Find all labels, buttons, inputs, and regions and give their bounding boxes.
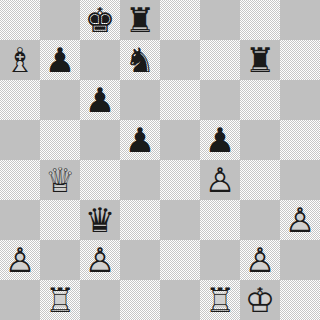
- piece-white-pawn: ♙: [80, 240, 120, 280]
- square-c4[interactable]: [80, 160, 120, 200]
- piece-white-king: ♔: [240, 280, 280, 320]
- piece-white-bishop: ♗: [0, 40, 40, 80]
- square-h7[interactable]: [280, 40, 320, 80]
- piece-black-pawn: ♟: [40, 40, 80, 80]
- piece-white-queen-body: ♛: [40, 160, 80, 200]
- square-h5[interactable]: [280, 120, 320, 160]
- piece-white-pawn-body: ♟: [280, 200, 320, 240]
- square-d3[interactable]: [120, 200, 160, 240]
- square-f8[interactable]: [200, 0, 240, 40]
- square-e7[interactable]: [160, 40, 200, 80]
- square-g8[interactable]: [240, 0, 280, 40]
- square-a6[interactable]: [0, 80, 40, 120]
- square-h8[interactable]: [280, 0, 320, 40]
- piece-black-queen: ♛: [80, 200, 120, 240]
- square-c5[interactable]: [80, 120, 120, 160]
- square-b7[interactable]: ♟: [40, 40, 80, 80]
- square-c7[interactable]: [80, 40, 120, 80]
- piece-white-rook-body: ♜: [200, 280, 240, 320]
- piece-white-pawn-body: ♟: [0, 240, 40, 280]
- square-f1[interactable]: ♜♖: [200, 280, 240, 320]
- piece-white-bishop-body: ♝: [0, 40, 40, 80]
- square-b3[interactable]: [40, 200, 80, 240]
- square-e3[interactable]: [160, 200, 200, 240]
- chess-board-wrap: ♚♜♝♗♟♞♜♟♟♟♛♕♟♙♛♟♙♟♙♟♙♟♙♜♖♜♖♚♔: [0, 0, 320, 320]
- piece-white-rook-body: ♜: [40, 280, 80, 320]
- square-g3[interactable]: [240, 200, 280, 240]
- square-f4[interactable]: ♟♙: [200, 160, 240, 200]
- square-a4[interactable]: [0, 160, 40, 200]
- piece-white-rook: ♖: [40, 280, 80, 320]
- square-b6[interactable]: [40, 80, 80, 120]
- square-e1[interactable]: [160, 280, 200, 320]
- square-d2[interactable]: [120, 240, 160, 280]
- square-h1[interactable]: [280, 280, 320, 320]
- piece-black-knight: ♞: [120, 40, 160, 80]
- piece-white-pawn-body: ♟: [200, 160, 240, 200]
- piece-white-pawn-body: ♟: [80, 240, 120, 280]
- piece-white-pawn: ♙: [240, 240, 280, 280]
- square-b2[interactable]: [40, 240, 80, 280]
- piece-black-rook: ♜: [120, 0, 160, 40]
- square-c1[interactable]: [80, 280, 120, 320]
- square-g4[interactable]: [240, 160, 280, 200]
- piece-white-pawn: ♙: [0, 240, 40, 280]
- square-f3[interactable]: [200, 200, 240, 240]
- square-e6[interactable]: [160, 80, 200, 120]
- square-d8[interactable]: ♜: [120, 0, 160, 40]
- square-e2[interactable]: [160, 240, 200, 280]
- piece-black-king: ♚: [80, 0, 120, 40]
- piece-black-pawn: ♟: [200, 120, 240, 160]
- square-d5[interactable]: ♟: [120, 120, 160, 160]
- square-f6[interactable]: [200, 80, 240, 120]
- square-b4[interactable]: ♛♕: [40, 160, 80, 200]
- chess-board: ♚♜♝♗♟♞♜♟♟♟♛♕♟♙♛♟♙♟♙♟♙♟♙♜♖♜♖♚♔: [0, 0, 320, 320]
- square-d7[interactable]: ♞: [120, 40, 160, 80]
- square-g6[interactable]: [240, 80, 280, 120]
- piece-black-pawn: ♟: [80, 80, 120, 120]
- square-c2[interactable]: ♟♙: [80, 240, 120, 280]
- square-d1[interactable]: [120, 280, 160, 320]
- square-h4[interactable]: [280, 160, 320, 200]
- square-a5[interactable]: [0, 120, 40, 160]
- square-e8[interactable]: [160, 0, 200, 40]
- square-f2[interactable]: [200, 240, 240, 280]
- square-a3[interactable]: [0, 200, 40, 240]
- square-a8[interactable]: [0, 0, 40, 40]
- square-d4[interactable]: [120, 160, 160, 200]
- square-d6[interactable]: [120, 80, 160, 120]
- piece-white-pawn: ♙: [280, 200, 320, 240]
- square-b5[interactable]: [40, 120, 80, 160]
- square-f7[interactable]: [200, 40, 240, 80]
- square-h6[interactable]: [280, 80, 320, 120]
- piece-white-queen: ♕: [40, 160, 80, 200]
- square-e4[interactable]: [160, 160, 200, 200]
- piece-white-pawn: ♙: [200, 160, 240, 200]
- square-g5[interactable]: [240, 120, 280, 160]
- square-g2[interactable]: ♟♙: [240, 240, 280, 280]
- square-g1[interactable]: ♚♔: [240, 280, 280, 320]
- square-c6[interactable]: ♟: [80, 80, 120, 120]
- square-b1[interactable]: ♜♖: [40, 280, 80, 320]
- square-a2[interactable]: ♟♙: [0, 240, 40, 280]
- square-c8[interactable]: ♚: [80, 0, 120, 40]
- square-e5[interactable]: [160, 120, 200, 160]
- piece-white-pawn-body: ♟: [240, 240, 280, 280]
- square-b8[interactable]: [40, 0, 80, 40]
- square-g7[interactable]: ♜: [240, 40, 280, 80]
- square-h3[interactable]: ♟♙: [280, 200, 320, 240]
- piece-black-pawn: ♟: [120, 120, 160, 160]
- square-a1[interactable]: [0, 280, 40, 320]
- square-c3[interactable]: ♛: [80, 200, 120, 240]
- square-h2[interactable]: [280, 240, 320, 280]
- piece-black-rook: ♜: [240, 40, 280, 80]
- piece-white-king-body: ♚: [240, 280, 280, 320]
- square-f5[interactable]: ♟: [200, 120, 240, 160]
- piece-white-rook: ♖: [200, 280, 240, 320]
- square-a7[interactable]: ♝♗: [0, 40, 40, 80]
